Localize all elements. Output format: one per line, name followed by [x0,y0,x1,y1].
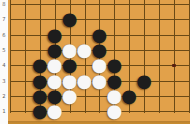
row-coordinates: 87654321 [0,0,8,124]
row-label: 5 [0,47,8,53]
row-label: 4 [0,62,8,68]
row-label: 6 [0,32,8,38]
row-label: 7 [0,16,8,22]
board-background [0,0,190,124]
row-label: 2 [0,93,8,99]
board-bottom-edge [8,121,190,124]
go-board-diagram: 87654321 ●●●●●●●●●●●●●●●●●●●●●●●●●●● [0,0,190,124]
row-label: 8 [0,1,8,7]
row-label: 3 [0,78,8,84]
row-label: 1 [0,108,8,114]
